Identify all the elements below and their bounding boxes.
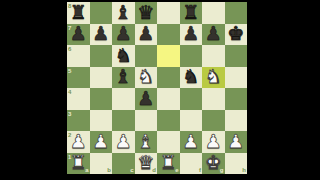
square-c3[interactable]	[112, 110, 135, 132]
square-g3[interactable]	[202, 110, 225, 132]
square-g1[interactable]: g♚	[202, 153, 225, 175]
square-b5[interactable]	[90, 67, 113, 89]
square-d8[interactable]: ♛	[135, 2, 158, 24]
square-f4[interactable]	[180, 88, 203, 110]
white-rook[interactable]: ♜	[160, 153, 177, 172]
square-e6[interactable]	[157, 45, 180, 67]
square-h2[interactable]: ♟	[225, 131, 248, 153]
black-pawn[interactable]: ♟	[92, 24, 109, 43]
square-f5[interactable]: ♞	[180, 67, 203, 89]
black-pawn[interactable]: ♟	[137, 24, 154, 43]
square-c1[interactable]: c	[112, 153, 135, 175]
black-queen[interactable]: ♛	[137, 3, 154, 22]
black-rook[interactable]: ♜	[182, 3, 199, 22]
white-knight[interactable]: ♞	[205, 67, 222, 86]
square-a6[interactable]: 6	[67, 45, 90, 67]
rank-label-4: 4	[68, 89, 71, 95]
square-g5[interactable]: ♞	[202, 67, 225, 89]
square-b2[interactable]: ♟	[90, 131, 113, 153]
white-bishop[interactable]: ♝	[137, 132, 154, 151]
black-bishop[interactable]: ♝	[115, 3, 132, 22]
square-f3[interactable]	[180, 110, 203, 132]
square-h7[interactable]: ♚	[225, 24, 248, 46]
square-a8[interactable]: 8♜	[67, 2, 90, 24]
square-c4[interactable]	[112, 88, 135, 110]
square-e3[interactable]	[157, 110, 180, 132]
square-b4[interactable]	[90, 88, 113, 110]
square-d3[interactable]	[135, 110, 158, 132]
rank-label-5: 5	[68, 68, 71, 74]
black-rook[interactable]: ♜	[70, 3, 87, 22]
square-a1[interactable]: 1a♜	[67, 153, 90, 175]
square-g6[interactable]	[202, 45, 225, 67]
square-f8[interactable]: ♜	[180, 2, 203, 24]
square-b7[interactable]: ♟	[90, 24, 113, 46]
black-pawn[interactable]: ♟	[182, 24, 199, 43]
file-label-h: h	[242, 167, 246, 173]
white-queen[interactable]: ♛	[137, 153, 154, 172]
square-e8[interactable]	[157, 2, 180, 24]
square-e5[interactable]	[157, 67, 180, 89]
square-d5[interactable]: ♞	[135, 67, 158, 89]
white-pawn[interactable]: ♟	[92, 132, 109, 151]
black-knight[interactable]: ♞	[115, 46, 132, 65]
black-king[interactable]: ♚	[227, 24, 244, 43]
square-c6[interactable]: ♞	[112, 45, 135, 67]
square-f7[interactable]: ♟	[180, 24, 203, 46]
white-pawn[interactable]: ♟	[205, 132, 222, 151]
file-label-f: f	[199, 167, 201, 173]
square-c2[interactable]: ♟	[112, 131, 135, 153]
square-d4[interactable]: ♟	[135, 88, 158, 110]
black-pawn[interactable]: ♟	[205, 24, 222, 43]
square-f1[interactable]: f	[180, 153, 203, 175]
file-label-c: c	[130, 167, 133, 173]
square-h3[interactable]	[225, 110, 248, 132]
square-g7[interactable]: ♟	[202, 24, 225, 46]
square-h6[interactable]	[225, 45, 248, 67]
square-d1[interactable]: d♛	[135, 153, 158, 175]
square-h8[interactable]	[225, 2, 248, 24]
white-king[interactable]: ♚	[205, 153, 222, 172]
square-h1[interactable]: h	[225, 153, 248, 175]
square-g2[interactable]: ♟	[202, 131, 225, 153]
square-b6[interactable]	[90, 45, 113, 67]
screen: 8♜♝♛♜7♟♟♟♟♟♟♚6♞5♝♞♞♞4♟32♟♟♟♝♟♟♟1a♜bcd♛e♜…	[0, 0, 320, 180]
chess-board[interactable]: 8♜♝♛♜7♟♟♟♟♟♟♚6♞5♝♞♞♞4♟32♟♟♟♝♟♟♟1a♜bcd♛e♜…	[67, 2, 247, 174]
rank-label-6: 6	[68, 46, 71, 52]
square-h5[interactable]	[225, 67, 248, 89]
square-a5[interactable]: 5	[67, 67, 90, 89]
letterbox-right	[247, 0, 320, 180]
white-knight[interactable]: ♞	[137, 67, 154, 86]
square-e2[interactable]	[157, 131, 180, 153]
white-rook[interactable]: ♜	[70, 153, 87, 172]
square-e1[interactable]: e♜	[157, 153, 180, 175]
black-pawn[interactable]: ♟	[70, 24, 87, 43]
square-d6[interactable]	[135, 45, 158, 67]
black-knight[interactable]: ♞	[182, 67, 199, 86]
square-d2[interactable]: ♝	[135, 131, 158, 153]
square-e4[interactable]	[157, 88, 180, 110]
rank-label-3: 3	[68, 111, 71, 117]
square-f6[interactable]	[180, 45, 203, 67]
square-a2[interactable]: 2♟	[67, 131, 90, 153]
file-label-b: b	[107, 167, 111, 173]
black-bishop[interactable]: ♝	[115, 67, 132, 86]
black-pawn[interactable]: ♟	[137, 89, 154, 108]
white-pawn[interactable]: ♟	[227, 132, 244, 151]
square-b1[interactable]: b	[90, 153, 113, 175]
square-h4[interactable]	[225, 88, 248, 110]
square-a7[interactable]: 7♟	[67, 24, 90, 46]
square-g4[interactable]	[202, 88, 225, 110]
square-e7[interactable]	[157, 24, 180, 46]
letterbox-left	[0, 0, 67, 180]
square-c7[interactable]: ♟	[112, 24, 135, 46]
square-g8[interactable]	[202, 2, 225, 24]
square-b3[interactable]	[90, 110, 113, 132]
black-pawn[interactable]: ♟	[115, 24, 132, 43]
square-b8[interactable]	[90, 2, 113, 24]
white-pawn[interactable]: ♟	[182, 132, 199, 151]
square-a3[interactable]: 3	[67, 110, 90, 132]
square-c5[interactable]: ♝	[112, 67, 135, 89]
square-f2[interactable]: ♟	[180, 131, 203, 153]
square-c8[interactable]: ♝	[112, 2, 135, 24]
square-a4[interactable]: 4	[67, 88, 90, 110]
white-pawn[interactable]: ♟	[70, 132, 87, 151]
white-pawn[interactable]: ♟	[115, 132, 132, 151]
square-d7[interactable]: ♟	[135, 24, 158, 46]
